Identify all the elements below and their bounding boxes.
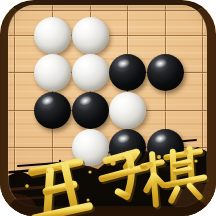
char-wu [29,162,90,216]
gomoku-app-icon[interactable]: 五子棋 [0,0,216,216]
title-calligraphy [0,0,216,216]
app-title-text: 五子棋 [0,0,1,1]
